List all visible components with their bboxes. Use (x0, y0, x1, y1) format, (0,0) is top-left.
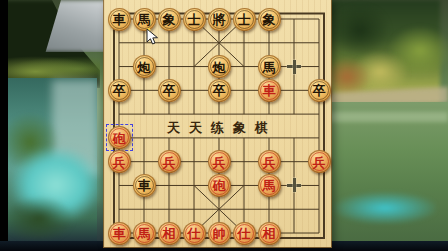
shoreline (326, 87, 448, 109)
piece-character: 仕 (238, 227, 251, 240)
water-reflection (52, 80, 98, 176)
cannon-point-marker (287, 178, 301, 192)
autumn-forest-right (320, 0, 440, 102)
algae-patch (0, 112, 60, 172)
water-highlight (326, 112, 448, 122)
tree-blob (330, 4, 390, 56)
piece-character: 砲 (213, 179, 226, 192)
piece-red[interactable]: 兵 (258, 150, 281, 173)
piece-character: 帥 (213, 227, 226, 240)
piece-red[interactable]: 馬 (258, 174, 281, 197)
cannon-point-marker (287, 60, 301, 74)
piece-character: 將 (213, 13, 226, 26)
piece-character: 炮 (213, 61, 226, 74)
piece-red[interactable]: 帥 (208, 222, 231, 245)
piece-character: 兵 (263, 156, 276, 169)
piece-character: 馬 (263, 179, 276, 192)
piece-character: 車 (138, 179, 151, 192)
piece-black[interactable]: 卒 (158, 79, 181, 102)
piece-character: 卒 (313, 84, 326, 97)
lake-water-left (0, 78, 97, 243)
turquoise-patch-right (334, 192, 436, 224)
piece-black[interactable]: 車 (133, 174, 156, 197)
tree-blob (388, 26, 448, 76)
piece-character: 兵 (213, 156, 226, 169)
algae-patch (4, 196, 74, 242)
piece-character: 士 (188, 13, 201, 26)
piece-red[interactable]: 車 (258, 79, 281, 102)
piece-character: 兵 (113, 156, 126, 169)
piece-red[interactable]: 仕 (233, 222, 256, 245)
piece-character: 卒 (213, 84, 226, 97)
piece-black[interactable]: 卒 (308, 79, 331, 102)
piece-red[interactable]: 相 (158, 222, 181, 245)
piece-red[interactable]: 兵 (308, 150, 331, 173)
piece-black[interactable]: 馬 (258, 55, 281, 78)
lake-water-right (322, 102, 448, 242)
piece-black[interactable]: 象 (158, 8, 181, 31)
mouse-cursor-icon (146, 28, 160, 50)
piece-character: 仕 (188, 227, 201, 240)
piece-character: 車 (113, 13, 126, 26)
piece-red[interactable]: 車 (108, 222, 131, 245)
piece-character: 相 (163, 227, 176, 240)
piece-character: 卒 (163, 84, 176, 97)
turquoise-patch-left (12, 148, 100, 222)
tree-blob (352, 52, 408, 92)
mountain-forest-left (0, 0, 100, 88)
piece-red[interactable]: 兵 (158, 150, 181, 173)
trees-left (8, 56, 100, 82)
piece-character: 車 (113, 227, 126, 240)
piece-black[interactable]: 炮 (133, 55, 156, 78)
xiangqi-board[interactable]: 天天练象棋 車馬象士將士象炮炮馬卒卒卒車卒砲兵兵兵兵兵車砲馬車馬相仕帥仕相 (104, 0, 331, 247)
piece-character: 炮 (138, 61, 151, 74)
piece-red[interactable]: 兵 (108, 150, 131, 173)
screenshot-stage: 天天练象棋 車馬象士將士象炮炮馬卒卒卒車卒砲兵兵兵兵兵車砲馬車馬相仕帥仕相 (0, 0, 448, 251)
piece-character: 兵 (163, 156, 176, 169)
piece-black[interactable]: 卒 (208, 79, 231, 102)
piece-character: 馬 (263, 61, 276, 74)
piece-character: 象 (163, 13, 176, 26)
piece-red[interactable]: 兵 (208, 150, 231, 173)
piece-character: 馬 (138, 227, 151, 240)
piece-character: 車 (263, 84, 276, 97)
piece-black[interactable]: 炮 (208, 55, 231, 78)
piece-character: 砲 (113, 132, 126, 145)
piece-black[interactable]: 象 (258, 8, 281, 31)
piece-character: 卒 (113, 84, 126, 97)
river-text: 天天练象棋 (119, 119, 325, 137)
piece-black[interactable]: 卒 (108, 79, 131, 102)
piece-red[interactable]: 砲 (108, 126, 131, 149)
piece-black[interactable]: 士 (183, 8, 206, 31)
mountain-peak (40, 0, 110, 52)
piece-black[interactable]: 士 (233, 8, 256, 31)
piece-character: 馬 (138, 13, 151, 26)
piece-red[interactable]: 仕 (183, 222, 206, 245)
piece-red[interactable]: 砲 (208, 174, 231, 197)
letterbox-left (0, 0, 8, 251)
piece-character: 士 (238, 13, 251, 26)
piece-red[interactable]: 相 (258, 222, 281, 245)
piece-black[interactable]: 車 (108, 8, 131, 31)
piece-character: 象 (263, 13, 276, 26)
piece-red[interactable]: 馬 (133, 222, 156, 245)
piece-black[interactable]: 將 (208, 8, 231, 31)
piece-character: 相 (263, 227, 276, 240)
piece-character: 兵 (313, 156, 326, 169)
